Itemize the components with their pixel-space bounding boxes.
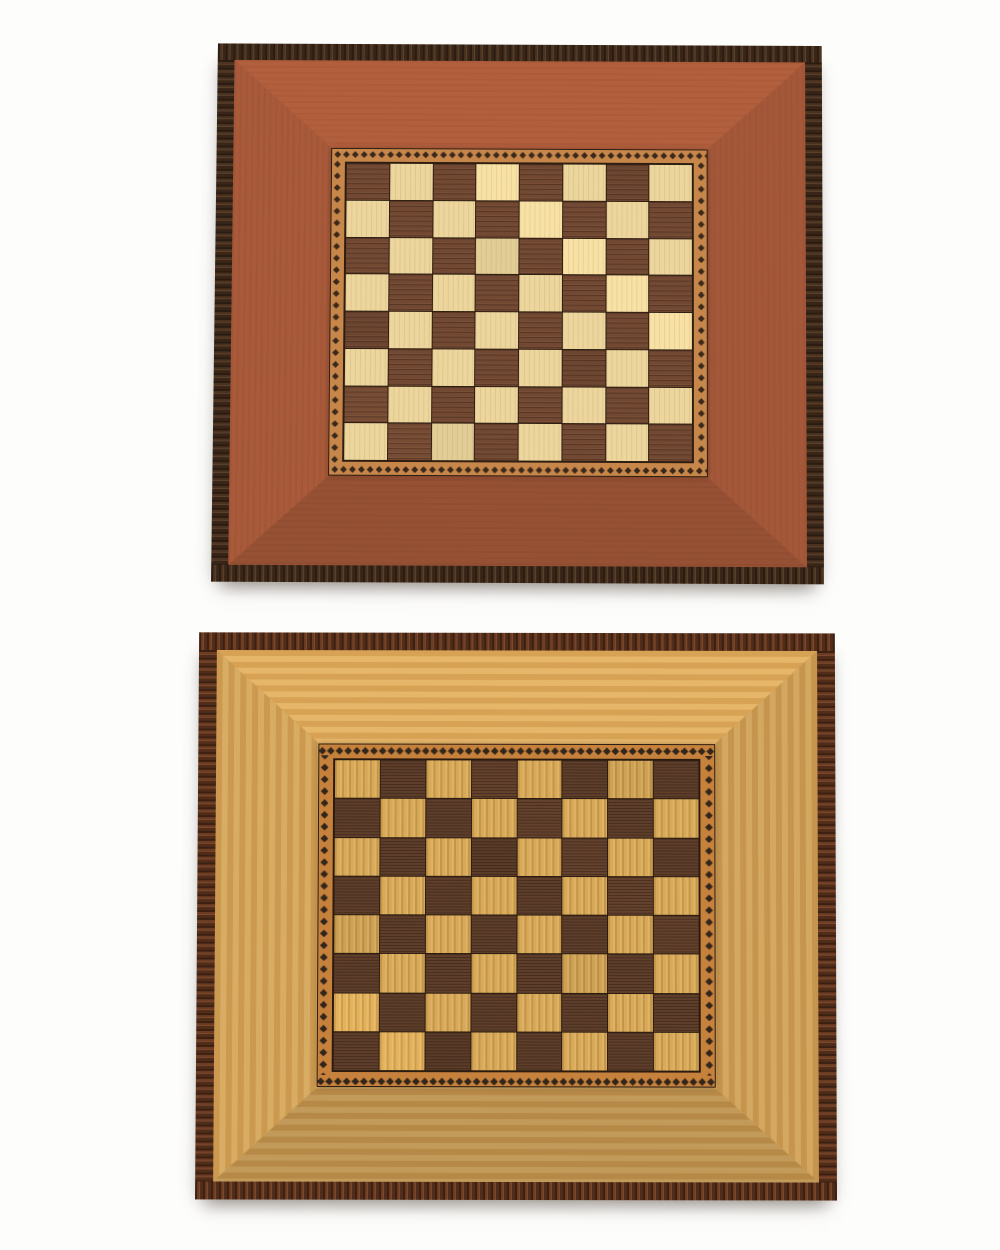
board-square: [563, 954, 608, 992]
board-square: [335, 799, 380, 837]
diamond-inlay-right: ◆◆◆◆◆◆◆◆◆◆◆◆◆◆◆◆◆◆◆◆◆◆◆◆◆◆◆◆◆◆◆◆◆◆◆◆◆◆◆◆…: [703, 756, 714, 1076]
diamond-inlay-top: ◆◆◆◆◆◆◆◆◆◆◆◆◆◆◆◆◆◆◆◆◆◆◆◆◆◆◆◆◆◆◆◆◆◆◆◆◆◆◆◆…: [332, 149, 707, 161]
board-square: [562, 1032, 607, 1070]
board-square: [517, 838, 562, 876]
board-square: [475, 349, 518, 385]
board-square: [654, 877, 699, 915]
board-square: [471, 993, 516, 1031]
board-square: [562, 350, 605, 386]
board-square: [334, 876, 379, 914]
board-square: [471, 1032, 516, 1070]
board-square: [380, 799, 425, 837]
board-square: [517, 799, 562, 837]
diamond-inlay-border: ◆◆◆◆◆◆◆◆◆◆◆◆◆◆◆◆◆◆◆◆◆◆◆◆◆◆◆◆◆◆◆◆◆◆◆◆◆◆◆◆…: [318, 744, 715, 1086]
board-square: [380, 954, 425, 992]
board-square: [380, 993, 425, 1031]
diamond-inlay-left: ◆◆◆◆◆◆◆◆◆◆◆◆◆◆◆◆◆◆◆◆◆◆◆◆◆◆◆◆◆◆◆◆◆◆◆◆◆◆◆◆…: [318, 755, 331, 1075]
board-square: [426, 915, 471, 953]
board-square: [606, 276, 648, 312]
board-square: [346, 274, 389, 310]
board-square: [476, 238, 519, 274]
board-square: [471, 838, 516, 876]
board-square: [431, 424, 474, 461]
board-square: [608, 916, 653, 954]
chessboard-grid: [334, 760, 699, 1070]
board-square: [476, 275, 519, 311]
board-square: [476, 201, 518, 237]
playing-field-frame: [342, 162, 694, 464]
board-square: [345, 349, 388, 385]
board-square: [649, 313, 691, 349]
board-square: [563, 993, 608, 1031]
edge-banding-right: [817, 651, 837, 1183]
diamond-inlay-bottom: ◆◆◆◆◆◆◆◆◆◆◆◆◆◆◆◆◆◆◆◆◆◆◆◆◆◆◆◆◆◆◆◆◆◆◆◆◆◆◆◆…: [318, 1075, 715, 1087]
board-square: [608, 838, 653, 876]
board-square: [432, 312, 475, 348]
board-square: [475, 387, 518, 424]
board-square: [654, 955, 699, 993]
board-square: [381, 760, 426, 798]
diamond-inlay-top: ◆◆◆◆◆◆◆◆◆◆◆◆◆◆◆◆◆◆◆◆◆◆◆◆◆◆◆◆◆◆◆◆◆◆◆◆◆◆◆◆…: [319, 744, 714, 756]
chessboard-grid: [344, 164, 692, 462]
board-square: [433, 201, 476, 237]
board-square: [563, 761, 608, 799]
board-square: [334, 1032, 379, 1070]
board-square: [334, 993, 379, 1031]
board-square: [471, 877, 516, 915]
board-square: [606, 350, 649, 386]
board-square: [563, 275, 605, 311]
board-square: [649, 350, 692, 386]
board-square: [563, 799, 608, 837]
edge-banding-right: [805, 62, 824, 567]
board-square: [471, 954, 516, 992]
board-square: [389, 238, 432, 274]
board-square: [519, 312, 562, 348]
photo-background: ◆◆◆◆◆◆◆◆◆◆◆◆◆◆◆◆◆◆◆◆◆◆◆◆◆◆◆◆◆◆◆◆◆◆◆◆◆◆◆◆…: [0, 0, 1000, 1250]
board-square: [379, 1032, 424, 1070]
board-square: [649, 387, 692, 424]
board-square: [563, 238, 605, 274]
board-square: [335, 838, 380, 876]
board-square: [654, 1033, 699, 1071]
board-square: [563, 165, 605, 201]
board-square: [390, 164, 433, 200]
playing-field-frame: [332, 758, 701, 1072]
board-square: [608, 955, 653, 993]
board-square: [608, 799, 653, 837]
board-square: [425, 1032, 470, 1070]
board-square: [606, 202, 648, 238]
board-square: [390, 201, 433, 237]
board-square: [606, 424, 649, 461]
board-square: [335, 760, 380, 798]
board-square: [433, 238, 476, 274]
board-square: [650, 165, 692, 201]
board-square: [345, 312, 388, 348]
diamond-inlay-left: ◆◆◆◆◆◆◆◆◆◆◆◆◆◆◆◆◆◆◆◆◆◆◆◆◆◆◆◆◆◆◆◆◆◆◆◆◆◆: [329, 160, 343, 464]
board-square: [517, 877, 562, 915]
board-square: [347, 164, 390, 200]
board-square: [519, 349, 562, 385]
board-square: [517, 761, 562, 799]
board-square: [388, 386, 431, 423]
board-square: [517, 954, 562, 992]
diamond-inlay-right: ◆◆◆◆◆◆◆◆◆◆◆◆◆◆◆◆◆◆◆◆◆◆◆◆◆◆◆◆◆◆◆◆◆◆◆◆◆◆: [696, 161, 707, 465]
board-square: [380, 915, 425, 953]
board-square: [608, 877, 653, 915]
board-square: [432, 349, 475, 385]
chessboard-bottom-satinwood: ◆◆◆◆◆◆◆◆◆◆◆◆◆◆◆◆◆◆◆◆◆◆◆◆◆◆◆◆◆◆◆◆◆◆◆◆◆◆◆◆…: [195, 632, 837, 1200]
board-square: [426, 760, 471, 798]
board-square: [563, 916, 608, 954]
board-square: [654, 994, 699, 1032]
board-square: [608, 993, 653, 1031]
board-square: [520, 164, 562, 200]
board-square: [346, 237, 389, 273]
board-square: [344, 386, 387, 423]
board-square: [476, 164, 518, 200]
board-square: [380, 876, 425, 914]
diamond-inlay-border: ◆◆◆◆◆◆◆◆◆◆◆◆◆◆◆◆◆◆◆◆◆◆◆◆◆◆◆◆◆◆◆◆◆◆◆◆◆◆◆◆…: [329, 149, 707, 476]
board-square: [519, 275, 562, 311]
wood-frame: ◆◆◆◆◆◆◆◆◆◆◆◆◆◆◆◆◆◆◆◆◆◆◆◆◆◆◆◆◆◆◆◆◆◆◆◆◆◆◆◆…: [213, 650, 819, 1183]
board-square: [344, 423, 387, 460]
board-square: [649, 202, 691, 238]
board-square: [380, 838, 425, 876]
board-square: [426, 799, 471, 837]
board-square: [606, 165, 648, 201]
board-square: [426, 877, 471, 915]
board-square: [476, 312, 519, 348]
board-square: [649, 276, 691, 312]
board-square: [432, 275, 475, 311]
edge-banding-bottom: [195, 1181, 837, 1200]
board-square: [334, 954, 379, 992]
board-square: [562, 312, 605, 348]
board-square: [519, 424, 562, 461]
board-square: [606, 313, 648, 349]
chessboard-top-mahogany: ◆◆◆◆◆◆◆◆◆◆◆◆◆◆◆◆◆◆◆◆◆◆◆◆◆◆◆◆◆◆◆◆◆◆◆◆◆◆◆◆…: [211, 43, 824, 584]
board-square: [562, 424, 605, 461]
board-square: [433, 164, 475, 200]
board-square: [425, 993, 470, 1031]
edge-banding-bottom: [211, 565, 824, 585]
board-square: [432, 386, 475, 423]
board-square: [389, 312, 432, 348]
board-square: [649, 239, 691, 275]
board-square: [517, 993, 562, 1031]
board-square: [517, 916, 562, 954]
board-square: [472, 760, 517, 798]
board-square: [606, 239, 648, 275]
board-square: [389, 275, 432, 311]
board-square: [654, 916, 699, 954]
board-square: [563, 201, 605, 237]
board-square: [517, 1032, 562, 1070]
board-square: [334, 915, 379, 953]
board-square: [608, 761, 653, 799]
wood-frame: ◆◆◆◆◆◆◆◆◆◆◆◆◆◆◆◆◆◆◆◆◆◆◆◆◆◆◆◆◆◆◆◆◆◆◆◆◆◆◆◆…: [228, 60, 807, 567]
board-square: [563, 877, 608, 915]
board-square: [563, 838, 608, 876]
board-square: [388, 349, 431, 385]
board-square: [654, 761, 699, 799]
board-square: [426, 838, 471, 876]
board-square: [520, 201, 562, 237]
board-square: [649, 425, 692, 462]
board-square: [606, 387, 649, 424]
board-square: [388, 424, 431, 461]
diamond-inlay-bottom: ◆◆◆◆◆◆◆◆◆◆◆◆◆◆◆◆◆◆◆◆◆◆◆◆◆◆◆◆◆◆◆◆◆◆◆◆◆◆◆◆…: [329, 464, 707, 477]
board-square: [471, 915, 516, 953]
board-square: [608, 1032, 653, 1070]
board-square: [475, 424, 518, 461]
board-square: [472, 799, 517, 837]
board-square: [562, 387, 605, 424]
edge-banding-top: [199, 632, 835, 651]
board-square: [654, 799, 699, 837]
board-square: [519, 238, 561, 274]
board-square: [654, 838, 699, 876]
board-square: [425, 954, 470, 992]
board-square: [519, 387, 562, 424]
board-square: [346, 200, 389, 236]
